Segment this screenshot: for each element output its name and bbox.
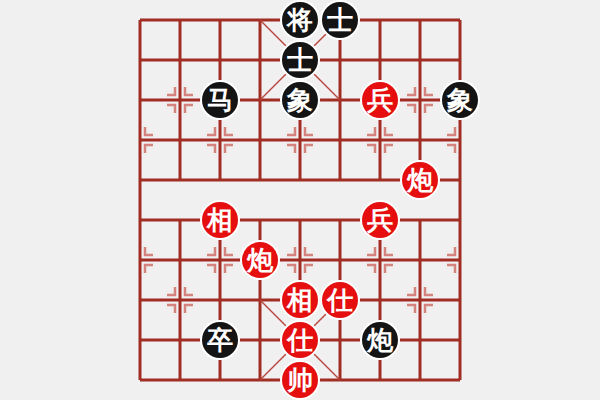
intersection-c1-r0[interactable]	[160, 0, 200, 40]
intersection-c3-r8[interactable]	[240, 320, 280, 360]
intersection-c8-r9[interactable]	[440, 360, 480, 400]
intersection-c6-r5[interactable]: 兵	[360, 200, 400, 240]
piece-red-elephant[interactable]: 相	[200, 200, 240, 240]
intersection-c8-r1[interactable]	[440, 40, 480, 80]
intersection-c7-r0[interactable]	[400, 0, 440, 40]
intersection-c4-r3[interactable]	[280, 120, 320, 160]
intersection-c8-r5[interactable]	[440, 200, 480, 240]
intersection-c2-r2[interactable]: 马	[200, 80, 240, 120]
intersection-c3-r2[interactable]	[240, 80, 280, 120]
intersection-c6-r9[interactable]	[360, 360, 400, 400]
intersection-c6-r6[interactable]	[360, 240, 400, 280]
intersection-c5-r0[interactable]: 士	[320, 0, 360, 40]
intersection-c4-r4[interactable]	[280, 160, 320, 200]
intersection-c2-r0[interactable]	[200, 0, 240, 40]
intersection-c0-r6[interactable]	[120, 240, 160, 280]
intersection-c0-r4[interactable]	[120, 160, 160, 200]
piece-black-elephant[interactable]: 象	[280, 80, 320, 120]
intersection-c2-r5[interactable]: 相	[200, 200, 240, 240]
intersection-c6-r2[interactable]: 兵	[360, 80, 400, 120]
intersection-c8-r6[interactable]	[440, 240, 480, 280]
intersection-c4-r7[interactable]: 相	[280, 280, 320, 320]
piece-red-general[interactable]: 帅	[280, 360, 320, 400]
intersection-c1-r5[interactable]	[160, 200, 200, 240]
intersection-c1-r2[interactable]	[160, 80, 200, 120]
intersection-c8-r3[interactable]	[440, 120, 480, 160]
piece-black-advisor[interactable]: 士	[320, 0, 360, 40]
intersection-c7-r6[interactable]	[400, 240, 440, 280]
intersection-c0-r7[interactable]	[120, 280, 160, 320]
intersection-c4-r1[interactable]: 士	[280, 40, 320, 80]
intersection-c2-r8[interactable]: 卒	[200, 320, 240, 360]
intersection-c8-r0[interactable]	[440, 0, 480, 40]
piece-black-horse[interactable]: 马	[200, 80, 240, 120]
intersection-c1-r7[interactable]	[160, 280, 200, 320]
intersection-c5-r1[interactable]	[320, 40, 360, 80]
intersection-c0-r8[interactable]	[120, 320, 160, 360]
intersection-c0-r2[interactable]	[120, 80, 160, 120]
piece-red-cannon[interactable]: 炮	[400, 160, 440, 200]
intersection-c4-r2[interactable]: 象	[280, 80, 320, 120]
piece-red-cannon[interactable]: 炮	[240, 240, 280, 280]
intersection-c7-r5[interactable]	[400, 200, 440, 240]
intersection-c2-r3[interactable]	[200, 120, 240, 160]
intersection-c3-r5[interactable]	[240, 200, 280, 240]
intersection-c5-r2[interactable]	[320, 80, 360, 120]
intersection-c4-r0[interactable]: 将	[280, 0, 320, 40]
intersection-c8-r4[interactable]	[440, 160, 480, 200]
intersection-c6-r8[interactable]: 炮	[360, 320, 400, 360]
intersection-c3-r9[interactable]	[240, 360, 280, 400]
intersection-c2-r4[interactable]	[200, 160, 240, 200]
intersection-c1-r6[interactable]	[160, 240, 200, 280]
intersection-c5-r7[interactable]: 仕	[320, 280, 360, 320]
board-intersections: 将士士马象兵象炮相兵炮相仕卒仕炮帅	[120, 0, 480, 400]
intersection-c0-r5[interactable]	[120, 200, 160, 240]
piece-black-elephant[interactable]: 象	[440, 80, 480, 120]
piece-black-advisor[interactable]: 士	[280, 40, 320, 80]
intersection-c5-r8[interactable]	[320, 320, 360, 360]
intersection-c1-r1[interactable]	[160, 40, 200, 80]
intersection-c5-r9[interactable]	[320, 360, 360, 400]
intersection-c4-r9[interactable]: 帅	[280, 360, 320, 400]
intersection-c0-r9[interactable]	[120, 360, 160, 400]
intersection-c4-r8[interactable]: 仕	[280, 320, 320, 360]
intersection-c6-r0[interactable]	[360, 0, 400, 40]
intersection-c6-r4[interactable]	[360, 160, 400, 200]
intersection-c1-r9[interactable]	[160, 360, 200, 400]
piece-red-soldier[interactable]: 兵	[360, 80, 400, 120]
piece-red-soldier[interactable]: 兵	[360, 200, 400, 240]
intersection-c1-r4[interactable]	[160, 160, 200, 200]
intersection-c7-r7[interactable]	[400, 280, 440, 320]
piece-red-advisor[interactable]: 仕	[280, 320, 320, 360]
intersection-c0-r3[interactable]	[120, 120, 160, 160]
intersection-c6-r7[interactable]	[360, 280, 400, 320]
piece-black-soldier[interactable]: 卒	[200, 320, 240, 360]
intersection-c8-r8[interactable]	[440, 320, 480, 360]
intersection-c3-r7[interactable]	[240, 280, 280, 320]
intersection-c8-r7[interactable]	[440, 280, 480, 320]
intersection-c5-r4[interactable]	[320, 160, 360, 200]
intersection-c7-r4[interactable]: 炮	[400, 160, 440, 200]
intersection-c3-r0[interactable]	[240, 0, 280, 40]
intersection-c1-r8[interactable]	[160, 320, 200, 360]
piece-red-advisor[interactable]: 仕	[320, 280, 360, 320]
intersection-c7-r9[interactable]	[400, 360, 440, 400]
intersection-c3-r1[interactable]	[240, 40, 280, 80]
intersection-c8-r2[interactable]: 象	[440, 80, 480, 120]
intersection-c4-r5[interactable]	[280, 200, 320, 240]
intersection-c5-r3[interactable]	[320, 120, 360, 160]
intersection-c2-r6[interactable]	[200, 240, 240, 280]
xiangqi-board: 将士士马象兵象炮相兵炮相仕卒仕炮帅	[0, 0, 600, 400]
piece-black-cannon[interactable]: 炮	[360, 320, 400, 360]
intersection-c1-r3[interactable]	[160, 120, 200, 160]
intersection-c2-r9[interactable]	[200, 360, 240, 400]
intersection-c3-r6[interactable]: 炮	[240, 240, 280, 280]
intersection-c0-r1[interactable]	[120, 40, 160, 80]
intersection-c7-r2[interactable]	[400, 80, 440, 120]
intersection-c5-r5[interactable]	[320, 200, 360, 240]
intersection-c7-r8[interactable]	[400, 320, 440, 360]
piece-black-general[interactable]: 将	[280, 0, 320, 40]
intersection-c3-r4[interactable]	[240, 160, 280, 200]
intersection-c5-r6[interactable]	[320, 240, 360, 280]
intersection-c4-r6[interactable]	[280, 240, 320, 280]
intersection-c0-r0[interactable]	[120, 0, 160, 40]
intersection-c6-r1[interactable]	[360, 40, 400, 80]
intersection-c2-r1[interactable]	[200, 40, 240, 80]
intersection-c3-r3[interactable]	[240, 120, 280, 160]
intersection-c2-r7[interactable]	[200, 280, 240, 320]
piece-red-elephant[interactable]: 相	[280, 280, 320, 320]
intersection-c6-r3[interactable]	[360, 120, 400, 160]
intersection-c7-r3[interactable]	[400, 120, 440, 160]
intersection-c7-r1[interactable]	[400, 40, 440, 80]
